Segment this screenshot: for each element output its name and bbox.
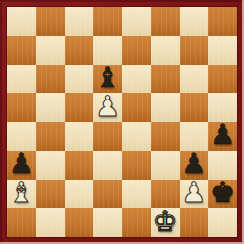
piece-white-king-f1[interactable]: ♚ <box>153 208 178 236</box>
square-e8[interactable] <box>122 7 151 36</box>
square-a6[interactable] <box>7 65 36 94</box>
square-b1[interactable] <box>36 208 65 237</box>
piece-black-bishop-d6[interactable]: ♝ <box>95 64 120 92</box>
square-g8[interactable] <box>180 7 209 36</box>
board-frame: ♝♟♟♟♟♝♟♚♚ <box>0 0 244 244</box>
square-g1[interactable] <box>180 208 209 237</box>
square-b2[interactable] <box>36 180 65 209</box>
square-d8[interactable] <box>93 7 122 36</box>
square-d5[interactable]: ♟ <box>93 93 122 122</box>
square-f8[interactable] <box>151 7 180 36</box>
piece-black-pawn-g3[interactable]: ♟ <box>181 150 206 178</box>
square-c2[interactable] <box>65 180 94 209</box>
square-a7[interactable] <box>7 36 36 65</box>
piece-black-pawn-h4[interactable]: ♟ <box>210 121 235 149</box>
square-g5[interactable] <box>180 93 209 122</box>
square-h2[interactable]: ♚ <box>208 180 237 209</box>
piece-white-bishop-a2[interactable]: ♝ <box>9 179 34 207</box>
square-e7[interactable] <box>122 36 151 65</box>
square-f6[interactable] <box>151 65 180 94</box>
square-a1[interactable] <box>7 208 36 237</box>
chess-board[interactable]: ♝♟♟♟♟♝♟♚♚ <box>7 7 237 237</box>
square-f1[interactable]: ♚ <box>151 208 180 237</box>
square-e1[interactable] <box>122 208 151 237</box>
square-c1[interactable] <box>65 208 94 237</box>
square-h7[interactable] <box>208 36 237 65</box>
square-b5[interactable] <box>36 93 65 122</box>
square-h4[interactable]: ♟ <box>208 122 237 151</box>
square-d2[interactable] <box>93 180 122 209</box>
square-a2[interactable]: ♝ <box>7 180 36 209</box>
square-a5[interactable] <box>7 93 36 122</box>
square-f4[interactable] <box>151 122 180 151</box>
square-h1[interactable] <box>208 208 237 237</box>
square-e2[interactable] <box>122 180 151 209</box>
square-c3[interactable] <box>65 151 94 180</box>
square-d3[interactable] <box>93 151 122 180</box>
chess-diagram: ♝♟♟♟♟♝♟♚♚ <box>0 0 244 244</box>
square-b4[interactable] <box>36 122 65 151</box>
square-c7[interactable] <box>65 36 94 65</box>
square-a8[interactable] <box>7 7 36 36</box>
square-f5[interactable] <box>151 93 180 122</box>
square-b8[interactable] <box>36 7 65 36</box>
square-e6[interactable] <box>122 65 151 94</box>
square-b3[interactable] <box>36 151 65 180</box>
square-e5[interactable] <box>122 93 151 122</box>
square-b6[interactable] <box>36 65 65 94</box>
square-f7[interactable] <box>151 36 180 65</box>
square-g2[interactable]: ♟ <box>180 180 209 209</box>
square-h6[interactable] <box>208 65 237 94</box>
square-c4[interactable] <box>65 122 94 151</box>
square-c6[interactable] <box>65 65 94 94</box>
square-e4[interactable] <box>122 122 151 151</box>
piece-white-pawn-g2[interactable]: ♟ <box>181 179 206 207</box>
piece-black-king-h2[interactable]: ♚ <box>210 179 235 207</box>
square-f3[interactable] <box>151 151 180 180</box>
piece-white-pawn-d5[interactable]: ♟ <box>95 93 120 121</box>
square-c5[interactable] <box>65 93 94 122</box>
square-g7[interactable] <box>180 36 209 65</box>
square-d4[interactable] <box>93 122 122 151</box>
piece-black-pawn-a3[interactable]: ♟ <box>9 150 34 178</box>
square-d1[interactable] <box>93 208 122 237</box>
square-g6[interactable] <box>180 65 209 94</box>
square-h8[interactable] <box>208 7 237 36</box>
square-c8[interactable] <box>65 7 94 36</box>
square-e3[interactable] <box>122 151 151 180</box>
square-b7[interactable] <box>36 36 65 65</box>
